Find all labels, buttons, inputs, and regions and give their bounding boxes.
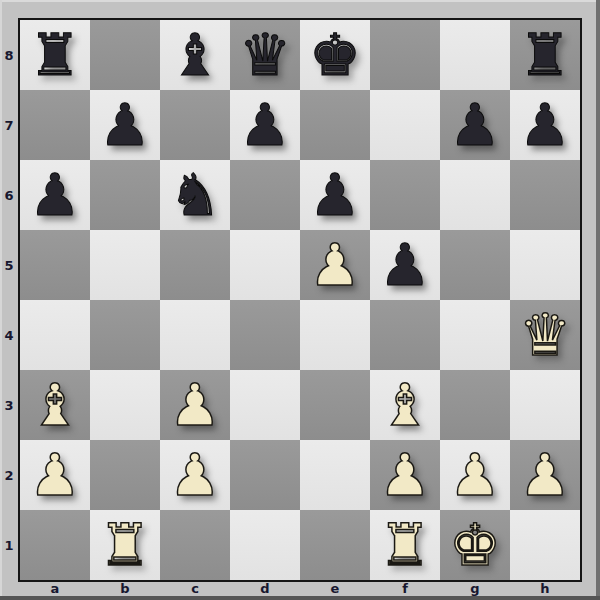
square-b8[interactable] bbox=[90, 20, 160, 90]
square-e7[interactable] bbox=[300, 90, 370, 160]
file-label-a: a bbox=[47, 581, 63, 596]
square-e1[interactable] bbox=[300, 510, 370, 580]
square-c5[interactable] bbox=[160, 230, 230, 300]
square-g4[interactable] bbox=[440, 300, 510, 370]
rank-label-1: 1 bbox=[2, 538, 16, 553]
frame-bevel-top bbox=[0, 0, 600, 2]
piece-black-rook[interactable]: ♜ bbox=[20, 20, 90, 90]
square-b7[interactable]: ♟ bbox=[90, 90, 160, 160]
square-a2[interactable]: ♟ bbox=[20, 440, 90, 510]
square-b2[interactable] bbox=[90, 440, 160, 510]
square-e4[interactable] bbox=[300, 300, 370, 370]
square-c1[interactable] bbox=[160, 510, 230, 580]
square-d6[interactable] bbox=[230, 160, 300, 230]
square-d5[interactable] bbox=[230, 230, 300, 300]
square-c6[interactable]: ♞ bbox=[160, 160, 230, 230]
piece-white-king[interactable]: ♚ bbox=[440, 510, 510, 580]
file-label-e: e bbox=[327, 581, 343, 596]
square-g6[interactable] bbox=[440, 160, 510, 230]
file-label-b: b bbox=[117, 581, 133, 596]
file-label-h: h bbox=[537, 581, 553, 596]
square-g2[interactable]: ♟ bbox=[440, 440, 510, 510]
square-b5[interactable] bbox=[90, 230, 160, 300]
square-e8[interactable]: ♚ bbox=[300, 20, 370, 90]
file-label-c: c bbox=[187, 581, 203, 596]
rank-label-3: 3 bbox=[2, 398, 16, 413]
square-g7[interactable]: ♟ bbox=[440, 90, 510, 160]
square-f8[interactable] bbox=[370, 20, 440, 90]
rank-label-5: 5 bbox=[2, 258, 16, 273]
square-g8[interactable] bbox=[440, 20, 510, 90]
square-b1[interactable]: ♜ bbox=[90, 510, 160, 580]
piece-black-pawn[interactable]: ♟ bbox=[440, 90, 510, 160]
piece-white-bishop[interactable]: ♝ bbox=[20, 370, 90, 440]
piece-black-pawn[interactable]: ♟ bbox=[510, 90, 580, 160]
piece-white-pawn[interactable]: ♟ bbox=[20, 440, 90, 510]
square-f3[interactable]: ♝ bbox=[370, 370, 440, 440]
square-d3[interactable] bbox=[230, 370, 300, 440]
square-g3[interactable] bbox=[440, 370, 510, 440]
square-c3[interactable]: ♟ bbox=[160, 370, 230, 440]
piece-black-pawn[interactable]: ♟ bbox=[230, 90, 300, 160]
piece-white-pawn[interactable]: ♟ bbox=[300, 230, 370, 300]
rank-label-4: 4 bbox=[2, 328, 16, 343]
piece-white-pawn[interactable]: ♟ bbox=[440, 440, 510, 510]
square-f4[interactable] bbox=[370, 300, 440, 370]
square-f5[interactable]: ♟ bbox=[370, 230, 440, 300]
square-b6[interactable] bbox=[90, 160, 160, 230]
piece-white-rook[interactable]: ♜ bbox=[90, 510, 160, 580]
chess-diagram-window: ♜♝♛♚♜♟♟♟♟♟♞♟♟♟♛♝♟♝♟♟♟♟♟♜♜♚ 87654321 abcd… bbox=[0, 0, 600, 600]
piece-black-knight[interactable]: ♞ bbox=[160, 160, 230, 230]
square-e6[interactable]: ♟ bbox=[300, 160, 370, 230]
rank-label-8: 8 bbox=[2, 48, 16, 63]
piece-black-pawn[interactable]: ♟ bbox=[20, 160, 90, 230]
square-a1[interactable] bbox=[20, 510, 90, 580]
square-b3[interactable] bbox=[90, 370, 160, 440]
square-g1[interactable]: ♚ bbox=[440, 510, 510, 580]
square-a4[interactable] bbox=[20, 300, 90, 370]
square-c4[interactable] bbox=[160, 300, 230, 370]
square-e3[interactable] bbox=[300, 370, 370, 440]
frame-bevel-bottom bbox=[0, 596, 600, 600]
square-e2[interactable] bbox=[300, 440, 370, 510]
square-d8[interactable]: ♛ bbox=[230, 20, 300, 90]
square-a5[interactable] bbox=[20, 230, 90, 300]
file-label-f: f bbox=[397, 581, 413, 596]
square-d1[interactable] bbox=[230, 510, 300, 580]
piece-black-pawn[interactable]: ♟ bbox=[300, 160, 370, 230]
square-e5[interactable]: ♟ bbox=[300, 230, 370, 300]
piece-black-bishop[interactable]: ♝ bbox=[160, 20, 230, 90]
square-h6[interactable] bbox=[510, 160, 580, 230]
square-d4[interactable] bbox=[230, 300, 300, 370]
rank-label-7: 7 bbox=[2, 118, 16, 133]
file-label-d: d bbox=[257, 581, 273, 596]
file-label-g: g bbox=[467, 581, 483, 596]
piece-black-king[interactable]: ♚ bbox=[300, 20, 370, 90]
square-a7[interactable] bbox=[20, 90, 90, 160]
square-h8[interactable]: ♜ bbox=[510, 20, 580, 90]
piece-black-rook[interactable]: ♜ bbox=[510, 20, 580, 90]
square-h5[interactable] bbox=[510, 230, 580, 300]
rank-label-2: 2 bbox=[2, 468, 16, 483]
square-c7[interactable] bbox=[160, 90, 230, 160]
piece-white-bishop[interactable]: ♝ bbox=[370, 370, 440, 440]
piece-white-pawn[interactable]: ♟ bbox=[160, 440, 230, 510]
piece-white-pawn[interactable]: ♟ bbox=[510, 440, 580, 510]
square-b4[interactable] bbox=[90, 300, 160, 370]
chess-board: ♜♝♛♚♜♟♟♟♟♟♞♟♟♟♛♝♟♝♟♟♟♟♟♜♜♚ bbox=[18, 18, 582, 582]
square-g5[interactable] bbox=[440, 230, 510, 300]
square-h7[interactable]: ♟ bbox=[510, 90, 580, 160]
frame-bevel-right bbox=[596, 0, 600, 600]
rank-label-6: 6 bbox=[2, 188, 16, 203]
square-c8[interactable]: ♝ bbox=[160, 20, 230, 90]
piece-black-pawn[interactable]: ♟ bbox=[370, 230, 440, 300]
square-a3[interactable]: ♝ bbox=[20, 370, 90, 440]
square-h2[interactable]: ♟ bbox=[510, 440, 580, 510]
square-a6[interactable]: ♟ bbox=[20, 160, 90, 230]
piece-white-rook[interactable]: ♜ bbox=[370, 510, 440, 580]
square-f2[interactable]: ♟ bbox=[370, 440, 440, 510]
square-f1[interactable]: ♜ bbox=[370, 510, 440, 580]
piece-white-pawn[interactable]: ♟ bbox=[370, 440, 440, 510]
square-a8[interactable]: ♜ bbox=[20, 20, 90, 90]
frame-bevel-left bbox=[0, 0, 2, 600]
square-h3[interactable] bbox=[510, 370, 580, 440]
piece-white-pawn[interactable]: ♟ bbox=[160, 370, 230, 440]
square-c2[interactable]: ♟ bbox=[160, 440, 230, 510]
square-f6[interactable] bbox=[370, 160, 440, 230]
square-d2[interactable] bbox=[230, 440, 300, 510]
piece-white-queen[interactable]: ♛ bbox=[510, 300, 580, 370]
piece-black-pawn[interactable]: ♟ bbox=[90, 90, 160, 160]
piece-black-queen[interactable]: ♛ bbox=[230, 20, 300, 90]
square-h1[interactable] bbox=[510, 510, 580, 580]
square-d7[interactable]: ♟ bbox=[230, 90, 300, 160]
square-f7[interactable] bbox=[370, 90, 440, 160]
square-h4[interactable]: ♛ bbox=[510, 300, 580, 370]
